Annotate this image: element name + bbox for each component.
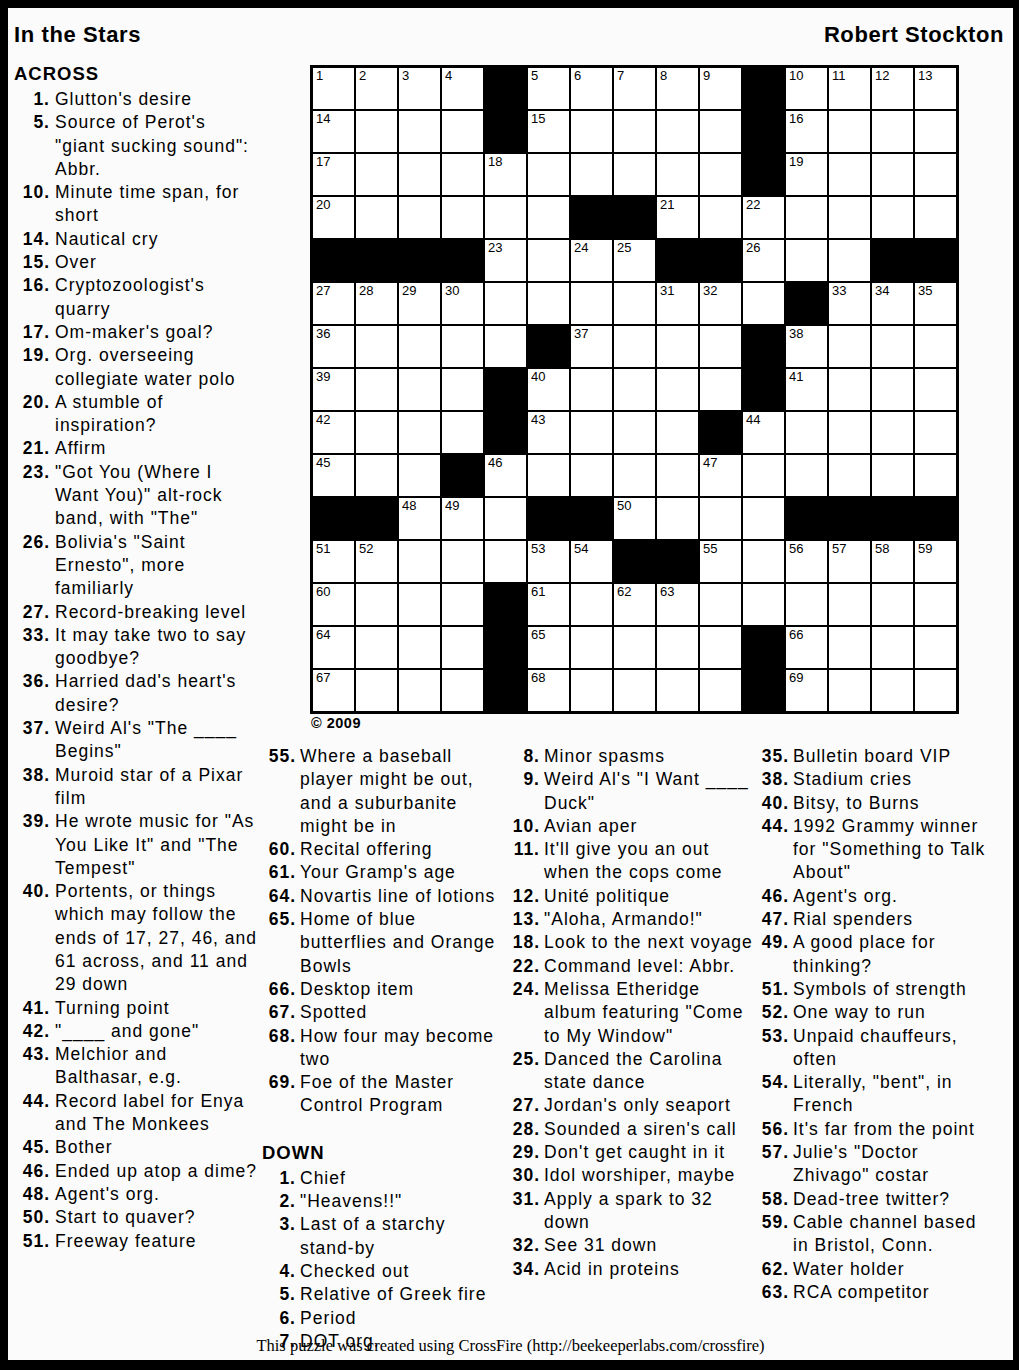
grid-cell[interactable]: [614, 670, 655, 711]
grid-cell[interactable]: 41: [786, 369, 827, 410]
grid-cell[interactable]: [829, 627, 870, 668]
grid-cell[interactable]: 38: [786, 326, 827, 367]
cell-number: 30: [445, 284, 459, 298]
clue-item: 68.How four may become two: [262, 1025, 502, 1072]
clue-number: 46.: [755, 885, 789, 908]
grid-cell[interactable]: 20: [313, 197, 354, 238]
grid-cell[interactable]: [872, 369, 913, 410]
grid-cell[interactable]: [700, 369, 741, 410]
grid-cell-black: [571, 197, 612, 238]
clue-number: 25.: [506, 1048, 540, 1095]
grid-cell[interactable]: [743, 283, 784, 324]
grid-cell[interactable]: [872, 670, 913, 711]
grid-cell[interactable]: [356, 670, 397, 711]
grid-cell[interactable]: [442, 369, 483, 410]
grid-cell[interactable]: [915, 369, 956, 410]
grid-cell[interactable]: 26: [743, 240, 784, 281]
grid-cell[interactable]: [700, 197, 741, 238]
grid-cell[interactable]: 18: [485, 154, 526, 195]
clue-item: 31.Apply a spark to 32 down: [506, 1188, 753, 1235]
grid-cell[interactable]: [657, 412, 698, 453]
clue-number: 1.: [262, 1167, 296, 1190]
clue-text: Cryptozoologist's quarry: [55, 274, 260, 321]
grid-cell[interactable]: 46: [485, 455, 526, 496]
clue-text: RCA competitor: [793, 1281, 991, 1304]
grid-cell[interactable]: [571, 412, 612, 453]
cell-number: 21: [660, 198, 674, 212]
grid-cell[interactable]: 65: [528, 627, 569, 668]
grid-cell[interactable]: [571, 627, 612, 668]
grid-cell[interactable]: [571, 154, 612, 195]
grid-cell[interactable]: [743, 584, 784, 625]
clue-item: 1.Glutton's desire: [14, 88, 260, 111]
grid-cell-black: [829, 498, 870, 539]
grid-cell[interactable]: 3: [399, 68, 440, 109]
grid-cell[interactable]: [743, 455, 784, 496]
grid-cell[interactable]: 23: [485, 240, 526, 281]
grid-cell[interactable]: 51: [313, 541, 354, 582]
clue-item: 65.Home of blue butterflies and Orange B…: [262, 908, 502, 978]
clue-item: 29.Don't get caught in it: [506, 1141, 753, 1164]
grid-cell[interactable]: [399, 197, 440, 238]
grid-cell[interactable]: [356, 627, 397, 668]
grid-cell-black: [442, 455, 483, 496]
grid-cell[interactable]: [829, 369, 870, 410]
grid-cell[interactable]: [528, 197, 569, 238]
grid-cell[interactable]: 58: [872, 541, 913, 582]
clue-text: It's far from the point: [793, 1118, 991, 1141]
grid-cell[interactable]: [442, 111, 483, 152]
clue-item: 60.Recital offering: [262, 838, 502, 861]
grid-cell[interactable]: 24: [571, 240, 612, 281]
grid-cell[interactable]: [614, 154, 655, 195]
across-clue-column: ACROSS 1.Glutton's desire5.Source of Per…: [14, 62, 260, 1253]
grid-cell[interactable]: [872, 197, 913, 238]
grid-cell[interactable]: [571, 455, 612, 496]
cell-number: 31: [660, 284, 674, 298]
grid-cell[interactable]: [872, 412, 913, 453]
grid-cell[interactable]: 40: [528, 369, 569, 410]
clue-item: 5.Source of Perot's "giant sucking sound…: [14, 111, 260, 181]
clue-number: 28.: [506, 1118, 540, 1141]
clue-number: 55.: [262, 745, 296, 838]
cell-number: 22: [746, 198, 760, 212]
clue-text: Ended up atop a dime?: [55, 1160, 260, 1183]
clue-item: 12.Unité politique: [506, 885, 753, 908]
clue-item: 38.Stadium cries: [755, 768, 991, 791]
grid-cell[interactable]: [700, 627, 741, 668]
grid-cell[interactable]: 6: [571, 68, 612, 109]
clue-text: Acid in proteins: [544, 1258, 753, 1281]
grid-cell[interactable]: [442, 412, 483, 453]
grid-cell[interactable]: [657, 326, 698, 367]
clue-number: 33.: [14, 624, 50, 671]
grid-cell[interactable]: 45: [313, 455, 354, 496]
grid-cell[interactable]: 43: [528, 412, 569, 453]
clue-item: 19.Org. overseeing collegiate water polo: [14, 344, 260, 391]
grid-cell[interactable]: [614, 283, 655, 324]
grid-cell[interactable]: [829, 111, 870, 152]
grid-cell[interactable]: [356, 111, 397, 152]
grid-cell[interactable]: 17: [313, 154, 354, 195]
grid-cell[interactable]: 49: [442, 498, 483, 539]
grid-cell[interactable]: 55: [700, 541, 741, 582]
grid-cell[interactable]: 34: [872, 283, 913, 324]
clue-text: Agent's org.: [793, 885, 991, 908]
grid-cell[interactable]: 7: [614, 68, 655, 109]
grid-cell[interactable]: [786, 197, 827, 238]
grid-cell[interactable]: 50: [614, 498, 655, 539]
grid-cell[interactable]: [442, 197, 483, 238]
clue-text: Weird Al's "The ____ Begins": [55, 717, 260, 764]
clue-item: 58.Dead-tree twitter?: [755, 1188, 991, 1211]
grid-cell[interactable]: [399, 670, 440, 711]
grid-cell[interactable]: [915, 627, 956, 668]
grid-cell[interactable]: 61: [528, 584, 569, 625]
clue-text: See 31 down: [544, 1234, 753, 1257]
clue-number: 18.: [506, 931, 540, 954]
grid-cell[interactable]: [657, 369, 698, 410]
cell-number: 47: [703, 456, 717, 470]
grid-cell[interactable]: 39: [313, 369, 354, 410]
clue-item: 28.Sounded a siren's call: [506, 1118, 753, 1141]
clue-number: 34.: [506, 1258, 540, 1281]
grid-cell[interactable]: 15: [528, 111, 569, 152]
grid-cell[interactable]: 37: [571, 326, 612, 367]
grid-cell[interactable]: [356, 326, 397, 367]
grid-cell[interactable]: 19: [786, 154, 827, 195]
clue-number: 17.: [14, 321, 50, 344]
clue-text: "____ and gone": [55, 1020, 260, 1043]
grid-cell[interactable]: [442, 670, 483, 711]
grid-cell[interactable]: 12: [872, 68, 913, 109]
grid-cell[interactable]: 56: [786, 541, 827, 582]
cell-number: 12: [875, 69, 889, 83]
grid-cell[interactable]: [571, 111, 612, 152]
clue-item: 44.1992 Grammy winner for "Something to …: [755, 815, 991, 885]
clue-number: 46.: [14, 1160, 50, 1183]
clue-number: 14.: [14, 228, 50, 251]
footer-credit: This puzzle was created using CrossFire …: [8, 1336, 1013, 1356]
clue-number: 56.: [755, 1118, 789, 1141]
grid-cell[interactable]: [571, 283, 612, 324]
grid-cell[interactable]: 32: [700, 283, 741, 324]
clue-text: Org. overseeing collegiate water polo: [55, 344, 260, 391]
down-clue-list-continued: 8.Minor spasms9.Weird Al's "I Want ____ …: [506, 745, 753, 1281]
grid-cell[interactable]: [399, 326, 440, 367]
clue-number: 68.: [262, 1025, 296, 1072]
grid-cell[interactable]: [528, 240, 569, 281]
grid-cell[interactable]: [915, 670, 956, 711]
clue-number: 43.: [14, 1043, 50, 1090]
grid-cell[interactable]: 42: [313, 412, 354, 453]
grid-cell[interactable]: [614, 111, 655, 152]
cell-number: 61: [531, 585, 545, 599]
grid-cell[interactable]: 54: [571, 541, 612, 582]
clue-text: Melchior and Balthasar, e.g.: [55, 1043, 260, 1090]
clue-item: 14.Nautical cry: [14, 228, 260, 251]
grid-cell[interactable]: [356, 154, 397, 195]
cell-number: 1: [316, 69, 323, 83]
grid-cell[interactable]: [829, 197, 870, 238]
grid-cell[interactable]: [399, 111, 440, 152]
grid-cell[interactable]: 30: [442, 283, 483, 324]
grid-cell[interactable]: 66: [786, 627, 827, 668]
grid-cell[interactable]: [485, 326, 526, 367]
grid-cell[interactable]: [399, 455, 440, 496]
grid-cell[interactable]: 4: [442, 68, 483, 109]
grid-cell[interactable]: 27: [313, 283, 354, 324]
grid-cell[interactable]: [614, 627, 655, 668]
grid-cell[interactable]: [356, 455, 397, 496]
grid-cell[interactable]: 8: [657, 68, 698, 109]
grid-cell[interactable]: [657, 670, 698, 711]
grid-cell[interactable]: 13: [915, 68, 956, 109]
grid-cell[interactable]: [872, 154, 913, 195]
cell-number: 44: [746, 413, 760, 427]
grid-cell[interactable]: 67: [313, 670, 354, 711]
clue-text: Danced the Carolina state dance: [544, 1048, 753, 1095]
cell-number: 56: [789, 542, 803, 556]
grid-cell[interactable]: [700, 498, 741, 539]
clue-number: 51.: [755, 978, 789, 1001]
grid-cell[interactable]: [442, 627, 483, 668]
grid-cell[interactable]: 53: [528, 541, 569, 582]
grid-cell[interactable]: [657, 154, 698, 195]
clue-item: 40.Portents, or things which may follow …: [14, 880, 260, 996]
clue-text: Checked out: [300, 1260, 502, 1283]
clue-item: 66.Desktop item: [262, 978, 502, 1001]
grid-cell[interactable]: 44: [743, 412, 784, 453]
grid-cell[interactable]: [829, 326, 870, 367]
grid-cell[interactable]: [614, 455, 655, 496]
grid-cell[interactable]: 63: [657, 584, 698, 625]
grid-cell[interactable]: [829, 240, 870, 281]
grid-cell[interactable]: [614, 369, 655, 410]
cell-number: 23: [488, 241, 502, 255]
grid-cell[interactable]: [872, 584, 913, 625]
clue-number: 38.: [14, 764, 50, 811]
grid-cell[interactable]: [872, 111, 913, 152]
grid-cell[interactable]: [442, 584, 483, 625]
grid-cell[interactable]: [915, 584, 956, 625]
grid-cell[interactable]: [872, 455, 913, 496]
grid-cell-black: [743, 68, 784, 109]
clue-text: Bitsy, to Burns: [793, 792, 991, 815]
grid-cell[interactable]: [399, 369, 440, 410]
grid-cell[interactable]: [915, 326, 956, 367]
cell-number: 24: [574, 241, 588, 255]
clue-number: 61.: [262, 861, 296, 884]
grid-cell[interactable]: [528, 283, 569, 324]
clue-text: Agent's org.: [55, 1183, 260, 1206]
grid-cell[interactable]: [786, 455, 827, 496]
clue-item: 57.Julie's "Doctor Zhivago" costar: [755, 1141, 991, 1188]
grid-cell[interactable]: 5: [528, 68, 569, 109]
grid-cell[interactable]: [442, 154, 483, 195]
clue-text: "Aloha, Armando!": [544, 908, 753, 931]
clue-text: "Heavens!!": [300, 1190, 502, 1213]
grid-cell[interactable]: 57: [829, 541, 870, 582]
grid-cell[interactable]: 59: [915, 541, 956, 582]
grid-cell[interactable]: 16: [786, 111, 827, 152]
clue-item: 55.Where a baseball player might be out,…: [262, 745, 502, 838]
grid-cell[interactable]: 62: [614, 584, 655, 625]
grid-cell[interactable]: [485, 197, 526, 238]
grid-cell[interactable]: 21: [657, 197, 698, 238]
grid-cell[interactable]: 29: [399, 283, 440, 324]
grid-cell[interactable]: [571, 369, 612, 410]
grid-cell[interactable]: [872, 326, 913, 367]
grid-cell[interactable]: 28: [356, 283, 397, 324]
grid-cell[interactable]: 68: [528, 670, 569, 711]
grid-cell[interactable]: 2: [356, 68, 397, 109]
grid-cell[interactable]: [614, 326, 655, 367]
grid-cell[interactable]: [356, 412, 397, 453]
grid-cell[interactable]: [399, 154, 440, 195]
clue-number: 10.: [14, 181, 50, 228]
grid-cell[interactable]: 36: [313, 326, 354, 367]
grid-cell[interactable]: [829, 584, 870, 625]
cell-number: 65: [531, 628, 545, 642]
grid-cell[interactable]: 47: [700, 455, 741, 496]
clue-number: 45.: [14, 1136, 50, 1159]
grid-cell[interactable]: [829, 154, 870, 195]
grid-cell[interactable]: 35: [915, 283, 956, 324]
clue-item: 43.Melchior and Balthasar, e.g.: [14, 1043, 260, 1090]
clue-item: 51.Freeway feature: [14, 1230, 260, 1253]
clue-item: 3.Last of a starchy stand-by: [262, 1213, 502, 1260]
clue-item: 6.Period: [262, 1307, 502, 1330]
clue-item: 20.A stumble of inspiration?: [14, 391, 260, 438]
clue-item: 24.Melissa Etheridge album featuring "Co…: [506, 978, 753, 1048]
grid-cell[interactable]: 60: [313, 584, 354, 625]
grid-cell[interactable]: [700, 670, 741, 711]
clue-number: 60.: [262, 838, 296, 861]
grid-cell[interactable]: [915, 111, 956, 152]
grid-cell[interactable]: 52: [356, 541, 397, 582]
grid-cell[interactable]: [872, 627, 913, 668]
clue-text: Affirm: [55, 437, 260, 460]
clue-number: 12.: [506, 885, 540, 908]
grid-cell[interactable]: [571, 584, 612, 625]
grid-cell[interactable]: [915, 154, 956, 195]
clue-item: 69.Foe of the Master Control Program: [262, 1071, 502, 1118]
clue-item: 17.Om-maker's goal?: [14, 321, 260, 344]
grid-cell[interactable]: [915, 455, 956, 496]
grid-cell[interactable]: [399, 584, 440, 625]
grid-cell[interactable]: [657, 111, 698, 152]
grid-cell[interactable]: 10: [786, 68, 827, 109]
clue-text: Melissa Etheridge album featuring "Come …: [544, 978, 753, 1048]
clue-text: It may take two to say goodbye?: [55, 624, 260, 671]
grid-cell[interactable]: [399, 412, 440, 453]
cell-number: 48: [402, 499, 416, 513]
grid-cell[interactable]: [571, 670, 612, 711]
cell-number: 59: [918, 542, 932, 556]
grid-cell[interactable]: [786, 584, 827, 625]
grid-cell[interactable]: 33: [829, 283, 870, 324]
clue-text: Jordan's only seaport: [544, 1094, 753, 1117]
cell-number: 8: [660, 69, 667, 83]
grid-cell[interactable]: 22: [743, 197, 784, 238]
grid-cell[interactable]: [786, 412, 827, 453]
grid-cell[interactable]: [442, 326, 483, 367]
grid-cell[interactable]: [528, 455, 569, 496]
grid-cell[interactable]: [700, 584, 741, 625]
grid-cell[interactable]: [743, 541, 784, 582]
grid-cell[interactable]: [485, 498, 526, 539]
grid-cell[interactable]: [485, 283, 526, 324]
clue-column-3: 8.Minor spasms9.Weird Al's "I Want ____ …: [506, 745, 753, 1281]
grid-cell[interactable]: [786, 240, 827, 281]
grid-cell[interactable]: [442, 541, 483, 582]
grid-cell[interactable]: 69: [786, 670, 827, 711]
grid-cell[interactable]: 48: [399, 498, 440, 539]
grid-cell[interactable]: 25: [614, 240, 655, 281]
grid-cell[interactable]: [700, 326, 741, 367]
grid-cell[interactable]: [356, 197, 397, 238]
grid-cell[interactable]: [528, 154, 569, 195]
clue-item: 1.Chief: [262, 1167, 502, 1190]
grid-cell[interactable]: [657, 498, 698, 539]
grid-cell[interactable]: [485, 541, 526, 582]
cell-number: 33: [832, 284, 846, 298]
grid-cell[interactable]: [657, 627, 698, 668]
cell-number: 50: [617, 499, 631, 513]
grid-cell[interactable]: [399, 541, 440, 582]
grid-cell[interactable]: 31: [657, 283, 698, 324]
grid-cell[interactable]: [743, 498, 784, 539]
clue-item: 64.Novartis line of lotions: [262, 885, 502, 908]
grid-cell[interactable]: 11: [829, 68, 870, 109]
grid-cell[interactable]: [657, 455, 698, 496]
clue-text: Avian aper: [544, 815, 753, 838]
grid-cell[interactable]: [399, 627, 440, 668]
grid-cell[interactable]: [915, 412, 956, 453]
grid-cell-black: [485, 369, 526, 410]
grid-cell[interactable]: [829, 670, 870, 711]
grid-cell[interactable]: [356, 584, 397, 625]
clue-item: 16.Cryptozoologist's quarry: [14, 274, 260, 321]
grid-cell[interactable]: [700, 111, 741, 152]
clue-item: 33.It may take two to say goodbye?: [14, 624, 260, 671]
grid-cell[interactable]: [356, 369, 397, 410]
grid-cell[interactable]: [700, 154, 741, 195]
clue-item: 56.It's far from the point: [755, 1118, 991, 1141]
grid-cell[interactable]: 14: [313, 111, 354, 152]
clue-number: 42.: [14, 1020, 50, 1043]
grid-cell[interactable]: [915, 197, 956, 238]
cell-number: 49: [445, 499, 459, 513]
cell-number: 54: [574, 542, 588, 556]
clue-number: 5.: [262, 1283, 296, 1306]
clue-number: 54.: [755, 1071, 789, 1118]
grid-cell[interactable]: 64: [313, 627, 354, 668]
clue-number: 52.: [755, 1001, 789, 1024]
grid-cell[interactable]: 9: [700, 68, 741, 109]
down-header: DOWN: [262, 1141, 502, 1165]
clue-item: 13."Aloha, Armando!": [506, 908, 753, 931]
grid-cell[interactable]: [614, 412, 655, 453]
grid-cell[interactable]: [829, 455, 870, 496]
grid-cell[interactable]: 1: [313, 68, 354, 109]
cell-number: 4: [445, 69, 452, 83]
grid-cell[interactable]: [829, 412, 870, 453]
cell-number: 34: [875, 284, 889, 298]
grid-cell-black: [786, 283, 827, 324]
clue-text: Weird Al's "I Want ____ Duck": [544, 768, 753, 815]
